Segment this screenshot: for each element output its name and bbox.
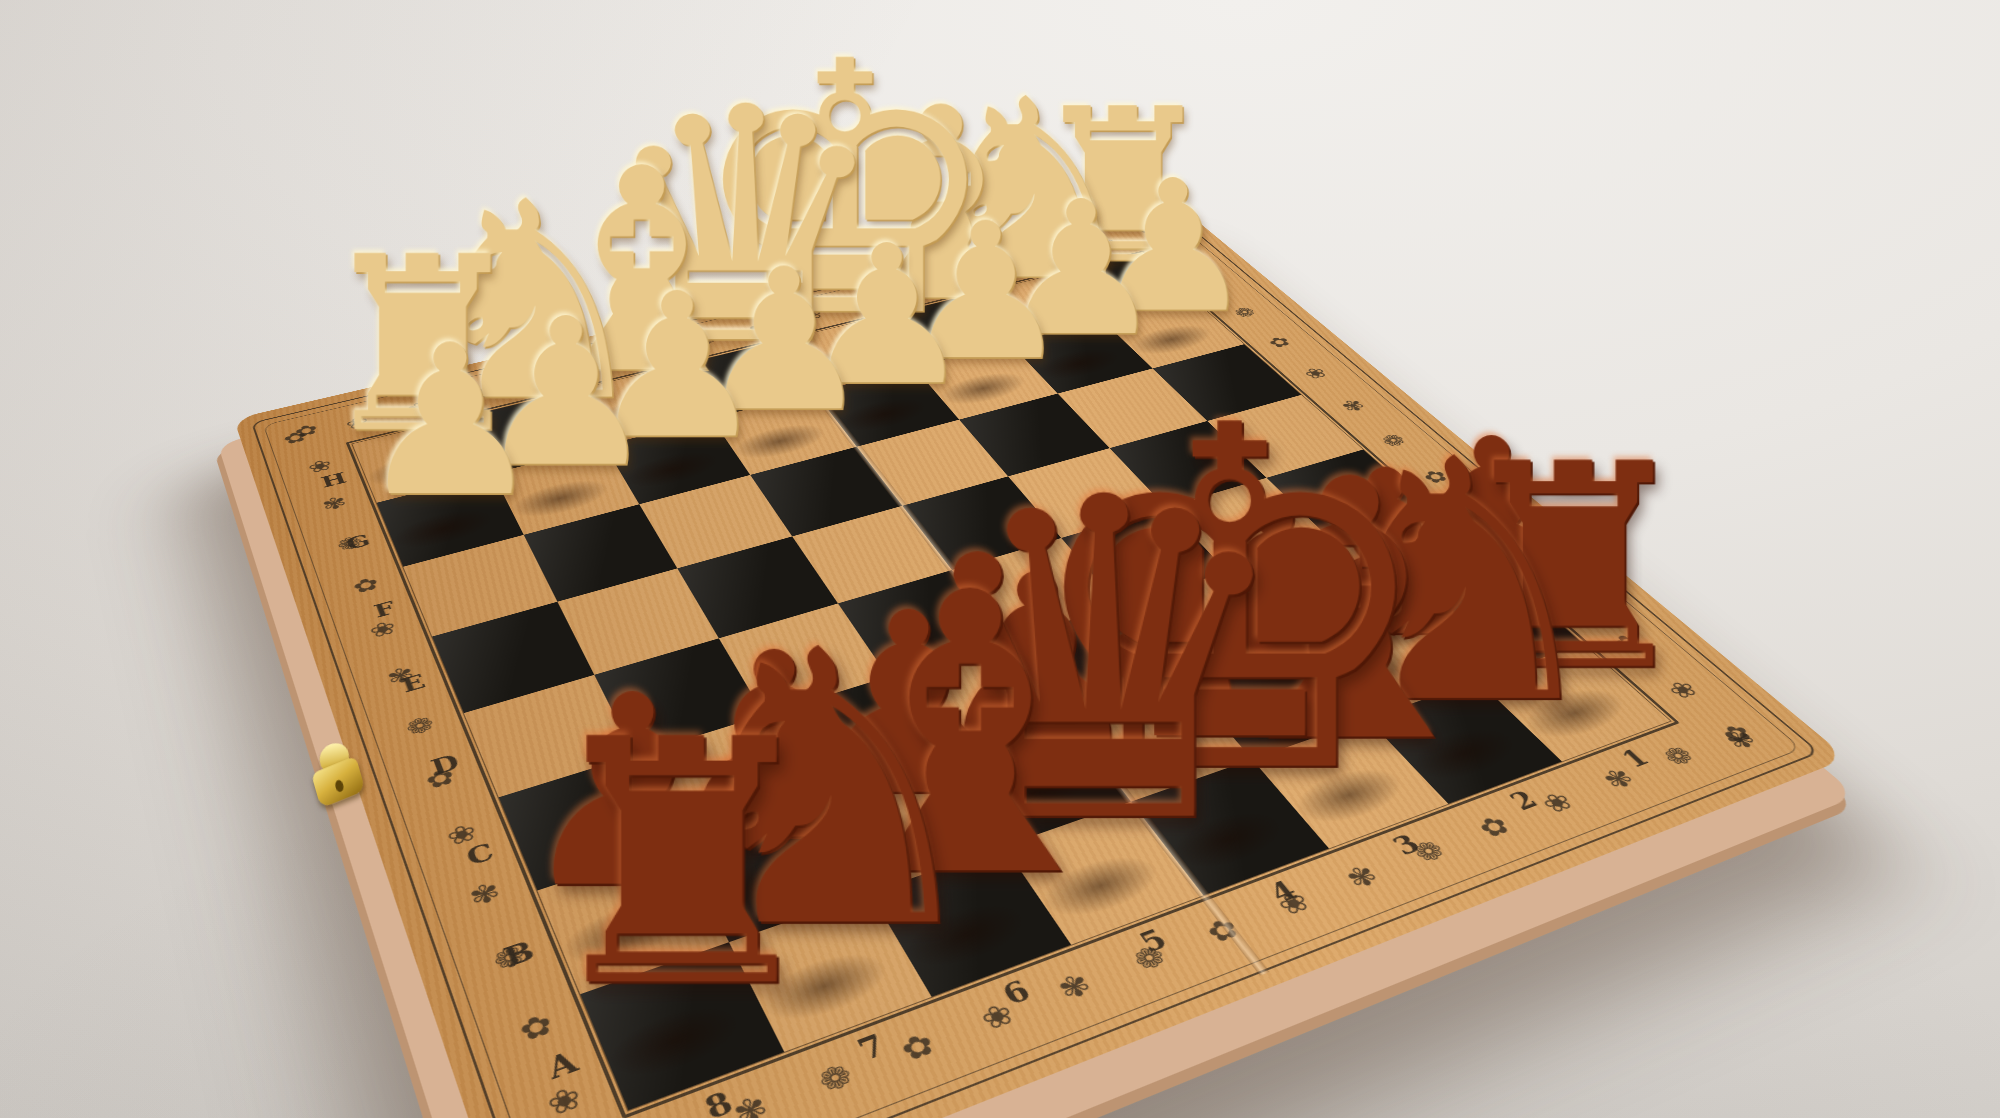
dark-rook: ♜ [530, 696, 832, 1033]
scene: ✿ ❀ ✾ ❁ ✿ ❀ ✾ ❁ ✿ ❀ ✾ ❁ ✿ ❀ ✾ ❁ ✿ ❀ ✾ ❁ … [0, 0, 2000, 1118]
pieces-layer: ♜♞♝♛♚♝♞♜♟♟♟♟♟♟♟♟♟♟♟♟♟♟♟♟♜♞♝♛♚♝♞♜ [234, 201, 1847, 1118]
chess-board: ✿ ❀ ✾ ❁ ✿ ❀ ✾ ❁ ✿ ❀ ✾ ❁ ✿ ❀ ✾ ❁ ✿ ❀ ✾ ❁ … [234, 201, 1847, 1118]
photo-canvas: ✿ ❀ ✾ ❁ ✿ ❀ ✾ ❁ ✿ ❀ ✾ ❁ ✿ ❀ ✾ ❁ ✿ ❀ ✾ ❁ … [0, 0, 2000, 1118]
